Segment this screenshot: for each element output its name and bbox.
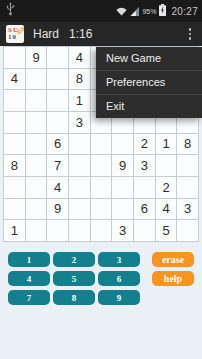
wifi-icon	[116, 2, 127, 20]
cell-r6c5[interactable]	[91, 155, 112, 176]
cell-r9c6[interactable]: 3	[112, 220, 133, 241]
cell-r7c1[interactable]	[4, 177, 25, 198]
cell-r9c8[interactable]: 5	[156, 220, 177, 241]
cell-r5c4[interactable]	[69, 134, 90, 155]
cell-r4c1[interactable]	[4, 112, 25, 133]
status-bar: 95% 20:27	[0, 0, 202, 22]
cell-r7c8[interactable]: 2	[156, 177, 177, 198]
cell-r9c7[interactable]	[134, 220, 155, 241]
cell-r7c5[interactable]	[91, 177, 112, 198]
cell-r8c4[interactable]	[69, 199, 90, 220]
menu-item-new-game[interactable]: New Game	[96, 47, 202, 70]
cell-r7c2[interactable]	[26, 177, 47, 198]
cell-r5c1[interactable]	[4, 134, 25, 155]
battery-percent: 95%	[142, 8, 156, 15]
cell-r5c6[interactable]	[112, 134, 133, 155]
cell-r6c4[interactable]	[69, 155, 90, 176]
cell-r8c7[interactable]: 6	[134, 199, 155, 220]
number-button-7[interactable]: 7	[8, 290, 50, 305]
number-pad: 123456789	[8, 252, 140, 305]
cell-r2c1[interactable]: 4	[4, 69, 25, 90]
cell-r2c2[interactable]	[26, 69, 47, 90]
cell-r2c4[interactable]: 8	[69, 69, 90, 90]
cell-r9c5[interactable]	[91, 220, 112, 241]
cell-r8c5[interactable]	[91, 199, 112, 220]
cell-r7c3[interactable]: 4	[47, 177, 68, 198]
number-button-3[interactable]: 3	[98, 252, 140, 267]
cell-r9c4[interactable]	[69, 220, 90, 241]
cell-r6c1[interactable]: 8	[4, 155, 25, 176]
cell-r5c9[interactable]: 8	[177, 134, 198, 155]
cell-r6c9[interactable]	[177, 155, 198, 176]
menu-item-exit[interactable]: Exit	[96, 95, 202, 118]
clock-text: 20:27	[171, 6, 198, 17]
cell-r3c1[interactable]	[4, 90, 25, 111]
cell-r8c8[interactable]: 4	[156, 199, 177, 220]
number-button-8[interactable]: 8	[53, 290, 95, 305]
cell-r4c3[interactable]	[47, 112, 68, 133]
cell-r8c3[interactable]: 9	[47, 199, 68, 220]
cell-r6c6[interactable]: 9	[112, 155, 133, 176]
cell-r6c2[interactable]	[26, 155, 47, 176]
cell-r8c9[interactable]: 3	[177, 199, 198, 220]
options-menu: New Game Preferences Exit	[96, 47, 202, 118]
overflow-menu-icon[interactable]	[185, 25, 196, 43]
app-bar: SU 10 ✎ Hard 1:16	[0, 22, 202, 46]
number-button-1[interactable]: 1	[8, 252, 50, 267]
erase-button[interactable]: erase	[152, 252, 194, 267]
signal-icon	[130, 2, 139, 20]
help-button[interactable]: help	[152, 271, 194, 286]
pencil-icon: ✎	[16, 26, 24, 37]
difficulty-label: Hard	[33, 27, 59, 41]
cell-r8c1[interactable]	[4, 199, 25, 220]
cell-r9c1[interactable]: 1	[4, 220, 25, 241]
number-button-6[interactable]: 6	[98, 271, 140, 286]
cell-r3c3[interactable]	[47, 90, 68, 111]
cell-r6c8[interactable]	[156, 155, 177, 176]
cell-r7c4[interactable]	[69, 177, 90, 198]
menu-item-preferences[interactable]: Preferences	[96, 71, 202, 94]
cell-r3c4[interactable]: 1	[69, 90, 90, 111]
usb-icon	[6, 2, 15, 20]
cell-r6c7[interactable]: 3	[134, 155, 155, 176]
cell-r5c7[interactable]: 2	[134, 134, 155, 155]
cell-r1c1[interactable]	[4, 47, 25, 68]
cell-r6c3[interactable]: 7	[47, 155, 68, 176]
sudoku-app-icon: SU 10 ✎	[6, 25, 24, 43]
cell-r5c8[interactable]: 1	[156, 134, 177, 155]
cell-r5c2[interactable]	[26, 134, 47, 155]
cell-r2c3[interactable]	[47, 69, 68, 90]
game-timer: 1:16	[69, 27, 92, 41]
cell-r9c3[interactable]	[47, 220, 68, 241]
number-button-5[interactable]: 5	[53, 271, 95, 286]
cell-r4c4[interactable]: 3	[69, 112, 90, 133]
sudoku-app-screen: 95% 20:27 SU 10 ✎ Hard 1:16 944813621887…	[0, 0, 202, 359]
number-button-4[interactable]: 4	[8, 271, 50, 286]
cell-r1c4[interactable]: 4	[69, 47, 90, 68]
cell-r5c5[interactable]	[91, 134, 112, 155]
cell-r7c9[interactable]	[177, 177, 198, 198]
number-button-2[interactable]: 2	[53, 252, 95, 267]
cell-r1c3[interactable]	[47, 47, 68, 68]
number-button-9[interactable]: 9	[98, 290, 140, 305]
cell-r9c2[interactable]	[26, 220, 47, 241]
cell-r7c6[interactable]	[112, 177, 133, 198]
cell-r9c9[interactable]	[177, 220, 198, 241]
cell-r1c2[interactable]: 9	[26, 47, 47, 68]
cell-r3c2[interactable]	[26, 90, 47, 111]
cell-r7c7[interactable]	[134, 177, 155, 198]
cell-r5c3[interactable]: 6	[47, 134, 68, 155]
cell-r8c2[interactable]	[26, 199, 47, 220]
battery-charging-icon	[159, 2, 166, 20]
cell-r8c6[interactable]	[112, 199, 133, 220]
cell-r4c2[interactable]	[26, 112, 47, 133]
